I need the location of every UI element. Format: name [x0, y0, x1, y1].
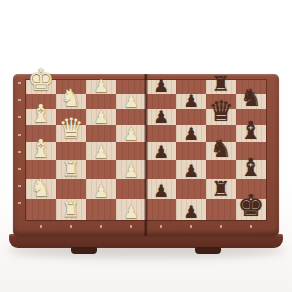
square-f6[interactable] [176, 109, 206, 125]
square-g4[interactable]: ♞ [206, 142, 236, 160]
square-f7[interactable]: ♟ [176, 94, 206, 109]
file-mark [160, 225, 162, 228]
rank-mark [18, 168, 21, 170]
square-g6[interactable]: ♛ [206, 109, 236, 125]
square-d3[interactable]: ♟ [116, 160, 146, 179]
square-f5[interactable]: ♟ [176, 125, 206, 142]
piece-white-pawn[interactable]: ♟ [123, 126, 138, 143]
rank-mark [18, 134, 21, 136]
rank-mark [18, 151, 21, 153]
rank-mark [18, 116, 21, 118]
board-foot-right [195, 247, 221, 254]
square-c3[interactable] [86, 160, 116, 179]
file-mark [70, 225, 72, 228]
square-d4[interactable] [116, 142, 146, 160]
piece-black-bishop[interactable]: ♝ [240, 118, 262, 143]
file-mark [190, 225, 192, 228]
square-e4[interactable]: ♟ [146, 142, 176, 160]
file-mark [130, 225, 132, 228]
square-a1[interactable] [26, 199, 56, 220]
square-f4[interactable] [176, 142, 206, 160]
square-a2[interactable]: ♞ [26, 179, 56, 199]
product-photo: ♚♟♟♜♞♟♟♞♝♟♟♛♛♟♟♝♝♟♟♞♜♟♟♝♞♟♟♜♜♟♟♚ [0, 0, 292, 292]
piece-white-pawn[interactable]: ♟ [93, 183, 108, 200]
square-c4[interactable]: ♟ [86, 142, 116, 160]
board-front-edge [9, 234, 283, 248]
square-d5[interactable]: ♟ [116, 125, 146, 142]
rank-mark [18, 82, 21, 84]
piece-white-knight[interactable]: ♞ [60, 86, 82, 110]
square-e6[interactable]: ♟ [146, 109, 176, 125]
piece-black-pawn[interactable]: ♟ [183, 163, 198, 180]
square-f3[interactable]: ♟ [176, 160, 206, 179]
square-h7[interactable]: ♞ [236, 94, 266, 109]
piece-white-pawn[interactable]: ♟ [93, 144, 108, 161]
square-d6[interactable] [116, 109, 146, 125]
piece-white-rook[interactable]: ♜ [62, 200, 81, 221]
square-g1[interactable] [206, 199, 236, 220]
piece-black-pawn[interactable]: ♟ [183, 204, 198, 221]
square-c1[interactable] [86, 199, 116, 220]
rank-mark [18, 185, 21, 187]
piece-white-bishop[interactable]: ♝ [30, 136, 52, 161]
square-e2[interactable]: ♟ [146, 179, 176, 199]
piece-white-pawn[interactable]: ♟ [123, 204, 138, 221]
square-a6[interactable]: ♝ [26, 109, 56, 125]
square-d7[interactable]: ♟ [116, 94, 146, 109]
piece-white-queen[interactable]: ♛ [58, 115, 83, 143]
piece-black-king[interactable]: ♚ [238, 191, 265, 221]
piece-white-pawn[interactable]: ♟ [93, 109, 108, 126]
square-h5[interactable]: ♝ [236, 125, 266, 142]
file-mark [40, 225, 42, 228]
square-e8[interactable]: ♟ [146, 80, 176, 94]
piece-white-bishop[interactable]: ♝ [30, 101, 52, 126]
square-h3[interactable]: ♝ [236, 160, 266, 179]
square-e3[interactable] [146, 160, 176, 179]
square-g2[interactable]: ♜ [206, 179, 236, 199]
square-d2[interactable] [116, 179, 146, 199]
piece-white-knight[interactable]: ♞ [30, 176, 52, 200]
square-b3[interactable]: ♜ [56, 160, 86, 179]
square-e5[interactable] [146, 125, 176, 142]
piece-white-rook[interactable]: ♜ [62, 159, 81, 180]
piece-black-pawn[interactable]: ♟ [153, 109, 168, 126]
piece-black-pawn[interactable]: ♟ [183, 126, 198, 143]
square-h1[interactable]: ♚ [236, 199, 266, 220]
square-b5[interactable]: ♛ [56, 125, 86, 142]
piece-black-knight[interactable]: ♞ [210, 137, 232, 161]
file-mark [250, 225, 252, 228]
square-c6[interactable]: ♟ [86, 109, 116, 125]
piece-black-rook[interactable]: ♜ [212, 74, 231, 95]
rank-mark [18, 99, 21, 101]
piece-black-pawn[interactable]: ♟ [153, 183, 168, 200]
square-c5[interactable] [86, 125, 116, 142]
square-g8[interactable]: ♜ [206, 80, 236, 94]
piece-white-pawn[interactable]: ♟ [93, 78, 108, 95]
square-e1[interactable] [146, 199, 176, 220]
square-b2[interactable] [56, 179, 86, 199]
rank-mark [18, 202, 21, 204]
piece-white-pawn[interactable]: ♟ [123, 163, 138, 180]
square-a8[interactable]: ♚ [26, 80, 56, 94]
piece-black-rook[interactable]: ♜ [212, 179, 231, 200]
piece-black-pawn[interactable]: ♟ [183, 93, 198, 110]
fold-seam [144, 74, 148, 236]
piece-white-pawn[interactable]: ♟ [123, 93, 138, 110]
board-foot-left [71, 247, 97, 254]
square-f2[interactable] [176, 179, 206, 199]
square-b1[interactable]: ♜ [56, 199, 86, 220]
file-mark [100, 225, 102, 228]
square-c2[interactable]: ♟ [86, 179, 116, 199]
piece-white-king[interactable]: ♚ [28, 65, 55, 95]
square-c8[interactable]: ♟ [86, 80, 116, 94]
chess-set: ♚♟♟♜♞♟♟♞♝♟♟♛♛♟♟♝♝♟♟♞♜♟♟♝♞♟♟♜♜♟♟♚ [13, 74, 279, 274]
square-b7[interactable]: ♞ [56, 94, 86, 109]
square-d1[interactable]: ♟ [116, 199, 146, 220]
square-a4[interactable]: ♝ [26, 142, 56, 160]
piece-black-pawn[interactable]: ♟ [153, 78, 168, 95]
piece-black-bishop[interactable]: ♝ [240, 155, 262, 180]
file-mark [220, 225, 222, 228]
square-f1[interactable]: ♟ [176, 199, 206, 220]
piece-black-pawn[interactable]: ♟ [153, 144, 168, 161]
piece-black-knight[interactable]: ♞ [240, 86, 262, 110]
piece-black-queen[interactable]: ♛ [208, 98, 233, 126]
board-frame: ♚♟♟♜♞♟♟♞♝♟♟♛♛♟♟♝♝♟♟♞♜♟♟♝♞♟♟♜♜♟♟♚ [13, 74, 279, 236]
